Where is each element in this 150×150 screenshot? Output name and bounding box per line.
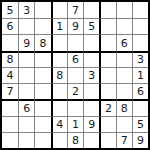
cell-r2c8[interactable] (116, 18, 132, 34)
cell-r2c1[interactable]: 6 (2, 18, 18, 34)
cell-r7c5[interactable] (67, 99, 83, 115)
cell-r3c3[interactable]: 8 (34, 34, 50, 50)
cell-r2c4[interactable]: 1 (51, 18, 67, 34)
cell-r4c9[interactable]: 3 (132, 51, 148, 67)
cell-r3c5[interactable] (67, 34, 83, 50)
cell-r1c7[interactable] (99, 2, 115, 18)
cell-r7c1[interactable] (2, 99, 18, 115)
cell-r9c6[interactable] (83, 132, 99, 148)
cell-r8c3[interactable] (34, 116, 50, 132)
cell-r3c6[interactable] (83, 34, 99, 50)
cell-r8c4[interactable]: 4 (51, 116, 67, 132)
cell-r1c3[interactable] (34, 2, 50, 18)
cell-r3c2[interactable]: 9 (18, 34, 34, 50)
cell-r4c7[interactable] (99, 51, 115, 67)
cell-r3c4[interactable] (51, 34, 67, 50)
cell-r1c6[interactable] (83, 2, 99, 18)
cell-r2c6[interactable]: 5 (83, 18, 99, 34)
cell-r3c8[interactable]: 6 (116, 34, 132, 50)
cell-r9c1[interactable] (2, 132, 18, 148)
cell-r9c9[interactable]: 9 (132, 132, 148, 148)
cell-r5c8[interactable] (116, 67, 132, 83)
cell-r1c5[interactable]: 7 (67, 2, 83, 18)
cell-r5c1[interactable]: 4 (2, 67, 18, 83)
cell-r6c5[interactable]: 2 (67, 83, 83, 99)
cell-r1c1[interactable]: 5 (2, 2, 18, 18)
cell-r7c4[interactable] (51, 99, 67, 115)
cell-r5c3[interactable] (34, 67, 50, 83)
cell-r2c5[interactable]: 9 (67, 18, 83, 34)
cell-r9c3[interactable] (34, 132, 50, 148)
cell-r3c7[interactable] (99, 34, 115, 50)
cell-r2c9[interactable] (132, 18, 148, 34)
cell-r2c2[interactable] (18, 18, 34, 34)
cell-r7c6[interactable] (83, 99, 99, 115)
cell-r7c7[interactable]: 2 (99, 99, 115, 115)
cell-r8c1[interactable] (2, 116, 18, 132)
cell-r5c7[interactable] (99, 67, 115, 83)
cell-r9c5[interactable]: 8 (67, 132, 83, 148)
cell-r7c2[interactable]: 6 (18, 99, 34, 115)
cell-r8c8[interactable] (116, 116, 132, 132)
cell-r6c8[interactable] (116, 83, 132, 99)
cell-r5c2[interactable] (18, 67, 34, 83)
cell-r8c5[interactable]: 1 (67, 116, 83, 132)
cell-r7c9[interactable] (132, 99, 148, 115)
cell-r1c4[interactable] (51, 2, 67, 18)
cell-r3c9[interactable] (132, 34, 148, 50)
cell-r6c1[interactable]: 7 (2, 83, 18, 99)
cell-r5c4[interactable]: 8 (51, 67, 67, 83)
cell-r4c5[interactable]: 6 (67, 51, 83, 67)
cell-r4c8[interactable] (116, 51, 132, 67)
cell-r6c4[interactable] (51, 83, 67, 99)
cell-r9c4[interactable] (51, 132, 67, 148)
cell-r1c2[interactable]: 3 (18, 2, 34, 18)
cell-r9c8[interactable]: 7 (116, 132, 132, 148)
cell-r6c7[interactable] (99, 83, 115, 99)
sudoku-board: 537619598686348317266284195879 (0, 0, 150, 150)
cell-r6c6[interactable] (83, 83, 99, 99)
cell-r4c3[interactable] (34, 51, 50, 67)
cell-r1c8[interactable] (116, 2, 132, 18)
cell-r7c8[interactable]: 8 (116, 99, 132, 115)
cell-r8c9[interactable]: 5 (132, 116, 148, 132)
cell-r6c9[interactable]: 6 (132, 83, 148, 99)
cell-r8c2[interactable] (18, 116, 34, 132)
cell-r8c7[interactable] (99, 116, 115, 132)
cell-r6c2[interactable] (18, 83, 34, 99)
cell-r4c1[interactable]: 8 (2, 51, 18, 67)
cell-r7c3[interactable] (34, 99, 50, 115)
cell-r9c7[interactable] (99, 132, 115, 148)
cell-r4c2[interactable] (18, 51, 34, 67)
cell-r9c2[interactable] (18, 132, 34, 148)
cell-r6c3[interactable] (34, 83, 50, 99)
cell-r8c6[interactable]: 9 (83, 116, 99, 132)
cell-r5c9[interactable]: 1 (132, 67, 148, 83)
cell-r5c5[interactable] (67, 67, 83, 83)
cell-r4c4[interactable] (51, 51, 67, 67)
cell-r1c9[interactable] (132, 2, 148, 18)
cell-r2c3[interactable] (34, 18, 50, 34)
cell-r5c6[interactable]: 3 (83, 67, 99, 83)
cell-r4c6[interactable] (83, 51, 99, 67)
cell-r3c1[interactable] (2, 34, 18, 50)
cell-r2c7[interactable] (99, 18, 115, 34)
